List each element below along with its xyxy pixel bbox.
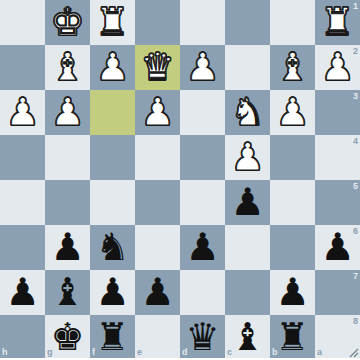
square-e3[interactable]: ♟ [135, 90, 180, 135]
rank-label-8: 8 [353, 317, 358, 326]
square-h2[interactable] [0, 45, 45, 90]
white-king[interactable]: ♚ [45, 0, 90, 45]
board-resize-handle-icon[interactable] [349, 348, 359, 358]
file-label-d: d [182, 348, 188, 357]
black-pawn[interactable]: ♟ [45, 225, 90, 270]
square-d8[interactable]: ♛d [180, 315, 225, 360]
chess-board: ♚♜♜1♝♟♛♟♝♟2♟♟♟♞♟3♟4♟5♟♞♟♟6♟♝♟♟♟7h♚g♜fe♛d… [0, 0, 360, 360]
square-d2[interactable]: ♟ [180, 45, 225, 90]
square-c3[interactable]: ♞ [225, 90, 270, 135]
square-f3[interactable] [90, 90, 135, 135]
square-h6[interactable] [0, 225, 45, 270]
square-g5[interactable] [45, 180, 90, 225]
black-pawn[interactable]: ♟ [270, 270, 315, 315]
square-f2[interactable]: ♟ [90, 45, 135, 90]
square-c8[interactable]: ♝c [225, 315, 270, 360]
square-g4[interactable] [45, 135, 90, 180]
white-bishop[interactable]: ♝ [45, 45, 90, 90]
square-b3[interactable]: ♟ [270, 90, 315, 135]
square-e6[interactable] [135, 225, 180, 270]
rank-label-5: 5 [353, 182, 358, 191]
square-h5[interactable] [0, 180, 45, 225]
square-b5[interactable] [270, 180, 315, 225]
square-f8[interactable]: ♜f [90, 315, 135, 360]
rank-label-7: 7 [353, 272, 358, 281]
file-label-c: c [227, 348, 232, 357]
rank-label-3: 3 [353, 92, 358, 101]
square-e2[interactable]: ♛ [135, 45, 180, 90]
black-pawn[interactable]: ♟ [90, 270, 135, 315]
square-g3[interactable]: ♟ [45, 90, 90, 135]
black-pawn[interactable]: ♟ [225, 180, 270, 225]
file-label-h: h [2, 348, 8, 357]
square-e5[interactable] [135, 180, 180, 225]
square-c1[interactable] [225, 0, 270, 45]
white-pawn[interactable]: ♟ [0, 90, 45, 135]
square-g1[interactable]: ♚ [45, 0, 90, 45]
square-h4[interactable] [0, 135, 45, 180]
square-f6[interactable]: ♞ [90, 225, 135, 270]
chess-board-container: ♚♜♜1♝♟♛♟♝♟2♟♟♟♞♟3♟4♟5♟♞♟♟6♟♝♟♟♟7h♚g♜fe♛d… [0, 0, 360, 360]
white-bishop[interactable]: ♝ [270, 45, 315, 90]
square-f1[interactable]: ♜ [90, 0, 135, 45]
square-g2[interactable]: ♝ [45, 45, 90, 90]
square-c6[interactable] [225, 225, 270, 270]
black-knight[interactable]: ♞ [90, 225, 135, 270]
square-d3[interactable] [180, 90, 225, 135]
file-label-g: g [47, 348, 53, 357]
square-d1[interactable] [180, 0, 225, 45]
file-label-a: a [317, 348, 322, 357]
black-pawn[interactable]: ♟ [180, 225, 225, 270]
white-queen[interactable]: ♛ [135, 45, 180, 90]
square-b4[interactable] [270, 135, 315, 180]
square-c5[interactable]: ♟ [225, 180, 270, 225]
square-d7[interactable] [180, 270, 225, 315]
rank-label-2: 2 [353, 47, 358, 56]
square-f7[interactable]: ♟ [90, 270, 135, 315]
square-e4[interactable] [135, 135, 180, 180]
square-g8[interactable]: ♚g [45, 315, 90, 360]
square-b1[interactable] [270, 0, 315, 45]
square-h7[interactable]: ♟ [0, 270, 45, 315]
square-b6[interactable] [270, 225, 315, 270]
file-label-f: f [92, 348, 95, 357]
square-b7[interactable]: ♟ [270, 270, 315, 315]
square-b8[interactable]: ♜b [270, 315, 315, 360]
black-pawn[interactable]: ♟ [135, 270, 180, 315]
rank-label-1: 1 [353, 2, 358, 11]
white-pawn[interactable]: ♟ [180, 45, 225, 90]
square-a1[interactable]: ♜1 [315, 0, 360, 45]
square-e8[interactable]: e [135, 315, 180, 360]
square-f5[interactable] [90, 180, 135, 225]
file-label-e: e [137, 348, 142, 357]
white-pawn[interactable]: ♟ [225, 135, 270, 180]
square-g6[interactable]: ♟ [45, 225, 90, 270]
square-f4[interactable] [90, 135, 135, 180]
white-pawn[interactable]: ♟ [45, 90, 90, 135]
square-c4[interactable]: ♟ [225, 135, 270, 180]
square-c2[interactable] [225, 45, 270, 90]
square-d5[interactable] [180, 180, 225, 225]
square-a6[interactable]: ♟6 [315, 225, 360, 270]
white-pawn[interactable]: ♟ [270, 90, 315, 135]
square-g7[interactable]: ♝ [45, 270, 90, 315]
file-label-b: b [272, 348, 278, 357]
white-pawn[interactable]: ♟ [90, 45, 135, 90]
rank-label-4: 4 [353, 137, 358, 146]
black-bishop[interactable]: ♝ [45, 270, 90, 315]
square-h3[interactable]: ♟ [0, 90, 45, 135]
square-e1[interactable] [135, 0, 180, 45]
square-a3[interactable]: 3 [315, 90, 360, 135]
square-a4[interactable]: 4 [315, 135, 360, 180]
square-b2[interactable]: ♝ [270, 45, 315, 90]
square-h1[interactable] [0, 0, 45, 45]
rank-label-6: 6 [353, 227, 358, 236]
white-pawn[interactable]: ♟ [135, 90, 180, 135]
square-a7[interactable]: 7 [315, 270, 360, 315]
white-rook[interactable]: ♜ [90, 0, 135, 45]
square-a5[interactable]: 5 [315, 180, 360, 225]
square-d4[interactable] [180, 135, 225, 180]
square-c7[interactable] [225, 270, 270, 315]
square-d6[interactable]: ♟ [180, 225, 225, 270]
black-rook[interactable]: ♜ [90, 315, 135, 360]
square-a2[interactable]: ♟2 [315, 45, 360, 90]
white-knight[interactable]: ♞ [225, 90, 270, 135]
black-pawn[interactable]: ♟ [0, 270, 45, 315]
square-h8[interactable]: h [0, 315, 45, 360]
square-e7[interactable]: ♟ [135, 270, 180, 315]
